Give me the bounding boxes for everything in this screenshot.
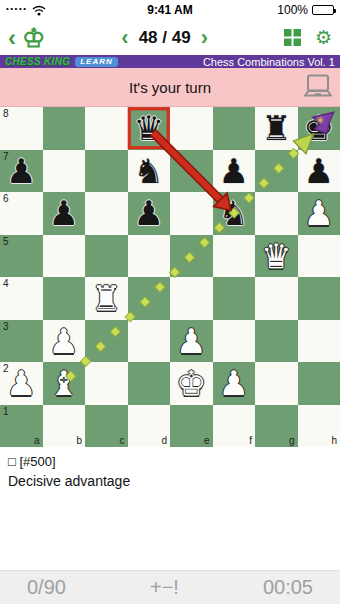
square-d4[interactable] <box>128 277 171 320</box>
square-c7[interactable] <box>85 150 128 193</box>
square-c3[interactable] <box>85 320 128 363</box>
white-rook-c4[interactable]: ♜ <box>85 277 128 320</box>
course-title: Chess Combinations Vol. 1 <box>118 56 335 68</box>
settings-gear-button[interactable]: ⚙ <box>315 28 332 47</box>
puzzle-pager: ‹ 48 / 49 › <box>45 27 284 49</box>
file-label-h: h <box>331 435 337 446</box>
chess-king-logo-icon[interactable]: ♔ <box>22 25 45 51</box>
square-f5[interactable] <box>213 235 256 278</box>
white-pawn-e3[interactable]: ♟ <box>170 320 213 363</box>
square-g4[interactable] <box>255 277 298 320</box>
signal-dots-icon: ••••• <box>6 5 28 13</box>
square-h8[interactable]: ♚ <box>298 107 340 150</box>
turn-banner-text: It's your turn <box>129 79 211 96</box>
black-knight-d7[interactable]: ♞ <box>128 150 171 193</box>
square-g7[interactable] <box>255 150 298 193</box>
square-f2[interactable]: ♟ <box>213 362 256 405</box>
black-pawn-b6[interactable]: ♟ <box>43 192 86 235</box>
file-label-c: c <box>120 435 125 446</box>
square-d8[interactable]: ♛ <box>128 107 171 150</box>
status-bar: ••••• 9:41 AM 100% <box>0 0 340 20</box>
square-h2[interactable] <box>298 362 340 405</box>
square-g2[interactable] <box>255 362 298 405</box>
grid-view-button[interactable] <box>284 29 301 46</box>
rank-label-7: 7 <box>3 151 9 162</box>
brand-bar: CHESS KING LEARN Chess Combinations Vol.… <box>0 55 340 68</box>
square-f8[interactable] <box>213 107 256 150</box>
app-screen: ••••• 9:41 AM 100% ‹ ♔ ‹ 48 / 49 › <box>0 0 340 604</box>
file-label-g: g <box>289 435 295 446</box>
square-c8[interactable] <box>85 107 128 150</box>
square-b5[interactable] <box>43 235 86 278</box>
square-e6[interactable] <box>170 192 213 235</box>
square-g1[interactable]: g <box>255 405 298 448</box>
puzzle-assessment-text: Decisive advantage <box>8 473 332 489</box>
battery-icon <box>312 5 334 15</box>
next-puzzle-button[interactable]: › <box>201 27 208 49</box>
puzzle-goal-text: □ [#500] <box>8 454 332 469</box>
square-c2[interactable] <box>85 362 128 405</box>
black-pawn-d6[interactable]: ♟ <box>128 192 171 235</box>
black-knight-f6[interactable]: ♞ <box>213 192 256 235</box>
square-b4[interactable] <box>43 277 86 320</box>
rank-label-3: 3 <box>3 321 9 332</box>
black-king-h8[interactable]: ♚ <box>298 107 340 150</box>
white-pawn-h6[interactable]: ♟ <box>298 192 340 235</box>
square-g5[interactable]: ♛ <box>255 235 298 278</box>
square-c1[interactable]: c <box>85 405 128 448</box>
white-bishop-b2[interactable]: ♝ <box>43 362 86 405</box>
chess-board-wrap: 8♛♜♚7♟♞♟♟6♟♟♞♟5♛4♜3♟♟2♟♝♚♟1abcdefgh ✳ <box>0 107 340 447</box>
black-pawn-h7[interactable]: ♟ <box>298 150 340 193</box>
status-right: 100% <box>244 3 334 17</box>
file-label-f: f <box>249 435 252 446</box>
square-c4[interactable]: ♜ <box>85 277 128 320</box>
bottom-status-bar: 0/90 +−! 00:05 <box>0 570 340 604</box>
white-pawn-b3[interactable]: ♟ <box>43 320 86 363</box>
file-label-a: a <box>34 435 40 446</box>
square-b3[interactable]: ♟ <box>43 320 86 363</box>
square-f1[interactable]: f <box>213 405 256 448</box>
square-a6[interactable]: 6 <box>0 192 43 235</box>
square-c5[interactable] <box>85 235 128 278</box>
square-b8[interactable] <box>43 107 86 150</box>
prev-puzzle-button[interactable]: ‹ <box>121 27 128 49</box>
square-f4[interactable] <box>213 277 256 320</box>
square-h7[interactable]: ♟ <box>298 150 340 193</box>
nav-bar: ‹ ♔ ‹ 48 / 49 › ⚙ <box>0 20 340 55</box>
square-b7[interactable] <box>43 150 86 193</box>
square-a2[interactable]: 2♟ <box>0 362 43 405</box>
rank-label-6: 6 <box>3 193 9 204</box>
rank-label-5: 5 <box>3 236 9 247</box>
square-e1[interactable]: e <box>170 405 213 448</box>
square-e3[interactable]: ♟ <box>170 320 213 363</box>
learn-badge: LEARN <box>75 57 118 67</box>
computer-move-button[interactable] <box>303 74 333 100</box>
black-rook-g8[interactable]: ♜ <box>255 107 298 150</box>
black-queen-d8[interactable]: ♛ <box>128 107 171 150</box>
white-king-e2[interactable]: ♚ <box>170 362 213 405</box>
rank-label-8: 8 <box>3 108 9 119</box>
square-g8[interactable]: ♜ <box>255 107 298 150</box>
square-f6[interactable]: ♞ <box>213 192 256 235</box>
rank-label-4: 4 <box>3 278 9 289</box>
square-h3[interactable] <box>298 320 340 363</box>
square-a7[interactable]: 7♟ <box>0 150 43 193</box>
square-e4[interactable] <box>170 277 213 320</box>
square-h6[interactable]: ♟ <box>298 192 340 235</box>
square-e8[interactable] <box>170 107 213 150</box>
file-label-b: b <box>76 435 82 446</box>
square-h4[interactable] <box>298 277 340 320</box>
rank-label-1: 1 <box>3 406 9 417</box>
file-label-d: d <box>161 435 167 446</box>
square-h5[interactable] <box>298 235 340 278</box>
square-a4[interactable]: 4 <box>0 277 43 320</box>
assessment-symbol: +−! <box>150 576 179 599</box>
square-a1[interactable]: 1a <box>0 405 43 448</box>
timer: 00:05 <box>263 576 313 599</box>
square-d6[interactable]: ♟ <box>128 192 171 235</box>
square-d2[interactable] <box>128 362 171 405</box>
square-a5[interactable]: 5 <box>0 235 43 278</box>
square-f3[interactable] <box>213 320 256 363</box>
square-d7[interactable]: ♞ <box>128 150 171 193</box>
square-e2[interactable]: ♚ <box>170 362 213 405</box>
status-left: ••••• <box>6 5 96 16</box>
puzzle-caption: □ [#500] Decisive advantage <box>0 447 340 569</box>
square-b1[interactable]: b <box>43 405 86 448</box>
square-c6[interactable] <box>85 192 128 235</box>
square-b2[interactable]: ♝ <box>43 362 86 405</box>
square-g3[interactable] <box>255 320 298 363</box>
score-counter: 0/90 <box>27 576 66 599</box>
chess-board[interactable]: 8♛♜♚7♟♞♟♟6♟♟♞♟5♛4♜3♟♟2♟♝♚♟1abcdefgh <box>0 107 340 447</box>
battery-percent: 100% <box>277 3 308 17</box>
square-d5[interactable] <box>128 235 171 278</box>
square-d1[interactable]: d <box>128 405 171 448</box>
wifi-icon <box>32 5 46 16</box>
status-time: 9:41 AM <box>96 3 244 17</box>
chess-king-wordmark: CHESS KING <box>5 56 70 67</box>
square-b6[interactable]: ♟ <box>43 192 86 235</box>
turn-banner: It's your turn <box>0 68 340 107</box>
back-button[interactable]: ‹ <box>8 26 16 50</box>
puzzle-counter: 48 / 49 <box>139 28 191 48</box>
white-queen-g5[interactable]: ♛ <box>255 235 298 278</box>
black-pawn-f7[interactable]: ♟ <box>213 150 256 193</box>
square-f7[interactable]: ♟ <box>213 150 256 193</box>
square-e5[interactable] <box>170 235 213 278</box>
square-d3[interactable] <box>128 320 171 363</box>
nav-actions: ⚙ <box>284 28 332 47</box>
square-a8[interactable]: 8 <box>0 107 43 150</box>
square-g6[interactable] <box>255 192 298 235</box>
square-a3[interactable]: 3 <box>0 320 43 363</box>
square-h1[interactable]: h <box>298 405 340 448</box>
square-e7[interactable] <box>170 150 213 193</box>
file-label-e: e <box>204 435 210 446</box>
white-pawn-f2[interactable]: ♟ <box>213 362 256 405</box>
rank-label-2: 2 <box>3 363 9 374</box>
